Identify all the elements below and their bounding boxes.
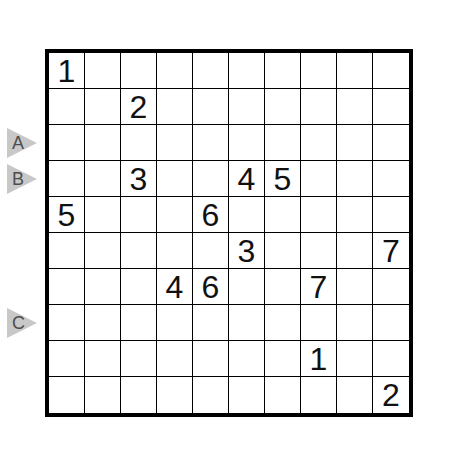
cell-r1c9[interactable] — [337, 53, 373, 89]
cell-r1c3[interactable] — [121, 53, 157, 89]
cell-r7c9[interactable] — [337, 269, 373, 305]
puzzle-board: 12345563746712 — [45, 49, 413, 417]
cell-r2c3[interactable]: 2 — [121, 89, 157, 125]
puzzle-canvas: 12345563746712 ABC — [0, 0, 450, 462]
cell-r5c8[interactable] — [301, 197, 337, 233]
cell-r2c5[interactable] — [193, 89, 229, 125]
row-marker-B: B — [7, 164, 37, 194]
cell-r5c10[interactable] — [373, 197, 409, 233]
cell-r2c6[interactable] — [229, 89, 265, 125]
cell-r8c9[interactable] — [337, 305, 373, 341]
row-marker-label: B — [12, 169, 24, 190]
cell-r8c2[interactable] — [85, 305, 121, 341]
cell-r5c6[interactable] — [229, 197, 265, 233]
cell-r1c7[interactable] — [265, 53, 301, 89]
cell-r6c8[interactable] — [301, 233, 337, 269]
cell-r9c10[interactable] — [373, 341, 409, 377]
cell-r6c6[interactable]: 3 — [229, 233, 265, 269]
cell-r6c3[interactable] — [121, 233, 157, 269]
cell-r1c6[interactable] — [229, 53, 265, 89]
cell-r8c6[interactable] — [229, 305, 265, 341]
cell-r4c1[interactable] — [49, 161, 85, 197]
cell-r4c6[interactable]: 4 — [229, 161, 265, 197]
cell-r3c1[interactable] — [49, 125, 85, 161]
cell-r8c5[interactable] — [193, 305, 229, 341]
row-marker-A: A — [7, 128, 37, 158]
cell-r10c6[interactable] — [229, 377, 265, 413]
cell-r5c7[interactable] — [265, 197, 301, 233]
cell-r9c9[interactable] — [337, 341, 373, 377]
cell-r4c3[interactable]: 3 — [121, 161, 157, 197]
cell-r9c1[interactable] — [49, 341, 85, 377]
cell-r5c1[interactable]: 5 — [49, 197, 85, 233]
cell-r8c7[interactable] — [265, 305, 301, 341]
cell-r2c1[interactable] — [49, 89, 85, 125]
cell-r9c5[interactable] — [193, 341, 229, 377]
cell-r1c10[interactable] — [373, 53, 409, 89]
cell-r10c1[interactable] — [49, 377, 85, 413]
cell-r3c7[interactable] — [265, 125, 301, 161]
cell-r4c9[interactable] — [337, 161, 373, 197]
cell-r3c9[interactable] — [337, 125, 373, 161]
row-marker-C: C — [7, 308, 37, 338]
cell-r5c4[interactable] — [157, 197, 193, 233]
cell-r7c6[interactable] — [229, 269, 265, 305]
cell-r7c3[interactable] — [121, 269, 157, 305]
row-marker-label: C — [12, 313, 25, 334]
cell-r7c5[interactable]: 6 — [193, 269, 229, 305]
cell-r10c3[interactable] — [121, 377, 157, 413]
cell-r10c5[interactable] — [193, 377, 229, 413]
cell-r9c3[interactable] — [121, 341, 157, 377]
cell-r6c10[interactable]: 7 — [373, 233, 409, 269]
cell-r7c7[interactable] — [265, 269, 301, 305]
cell-r5c5[interactable]: 6 — [193, 197, 229, 233]
cell-r9c6[interactable] — [229, 341, 265, 377]
cell-r2c10[interactable] — [373, 89, 409, 125]
cell-r7c10[interactable] — [373, 269, 409, 305]
cell-r10c4[interactable] — [157, 377, 193, 413]
cell-r2c4[interactable] — [157, 89, 193, 125]
cell-r8c1[interactable] — [49, 305, 85, 341]
cell-r10c2[interactable] — [85, 377, 121, 413]
cell-r5c2[interactable] — [85, 197, 121, 233]
cell-r6c2[interactable] — [85, 233, 121, 269]
cell-r9c8[interactable]: 1 — [301, 341, 337, 377]
cell-r4c7[interactable]: 5 — [265, 161, 301, 197]
cell-r5c9[interactable] — [337, 197, 373, 233]
cell-r10c8[interactable] — [301, 377, 337, 413]
cell-r3c2[interactable] — [85, 125, 121, 161]
cell-r3c3[interactable] — [121, 125, 157, 161]
cell-r4c2[interactable] — [85, 161, 121, 197]
cell-r4c4[interactable] — [157, 161, 193, 197]
cell-r3c5[interactable] — [193, 125, 229, 161]
cell-r6c4[interactable] — [157, 233, 193, 269]
cell-r1c1[interactable]: 1 — [49, 53, 85, 89]
cell-r7c1[interactable] — [49, 269, 85, 305]
cell-r10c10[interactable]: 2 — [373, 377, 409, 413]
cell-r2c7[interactable] — [265, 89, 301, 125]
cell-r1c8[interactable] — [301, 53, 337, 89]
cell-r6c1[interactable] — [49, 233, 85, 269]
cell-r5c3[interactable] — [121, 197, 157, 233]
cell-r9c4[interactable] — [157, 341, 193, 377]
cell-r2c8[interactable] — [301, 89, 337, 125]
cell-r6c9[interactable] — [337, 233, 373, 269]
cell-r6c5[interactable] — [193, 233, 229, 269]
cell-r1c2[interactable] — [85, 53, 121, 89]
cell-r6c7[interactable] — [265, 233, 301, 269]
cell-r2c9[interactable] — [337, 89, 373, 125]
cell-r4c10[interactable] — [373, 161, 409, 197]
cell-r1c4[interactable] — [157, 53, 193, 89]
cell-r9c2[interactable] — [85, 341, 121, 377]
cell-r7c4[interactable]: 4 — [157, 269, 193, 305]
cell-r8c8[interactable] — [301, 305, 337, 341]
cell-r7c8[interactable]: 7 — [301, 269, 337, 305]
cell-r2c2[interactable] — [85, 89, 121, 125]
cell-r3c8[interactable] — [301, 125, 337, 161]
cell-r1c5[interactable] — [193, 53, 229, 89]
cell-r8c4[interactable] — [157, 305, 193, 341]
cell-r3c4[interactable] — [157, 125, 193, 161]
cell-r9c7[interactable] — [265, 341, 301, 377]
cell-r3c10[interactable] — [373, 125, 409, 161]
cell-r4c8[interactable] — [301, 161, 337, 197]
cell-r3c6[interactable] — [229, 125, 265, 161]
row-marker-label: A — [12, 133, 24, 154]
cell-r7c2[interactable] — [85, 269, 121, 305]
cell-r4c5[interactable] — [193, 161, 229, 197]
cell-r8c3[interactable] — [121, 305, 157, 341]
cell-r8c10[interactable] — [373, 305, 409, 341]
cell-r10c9[interactable] — [337, 377, 373, 413]
cell-r10c7[interactable] — [265, 377, 301, 413]
